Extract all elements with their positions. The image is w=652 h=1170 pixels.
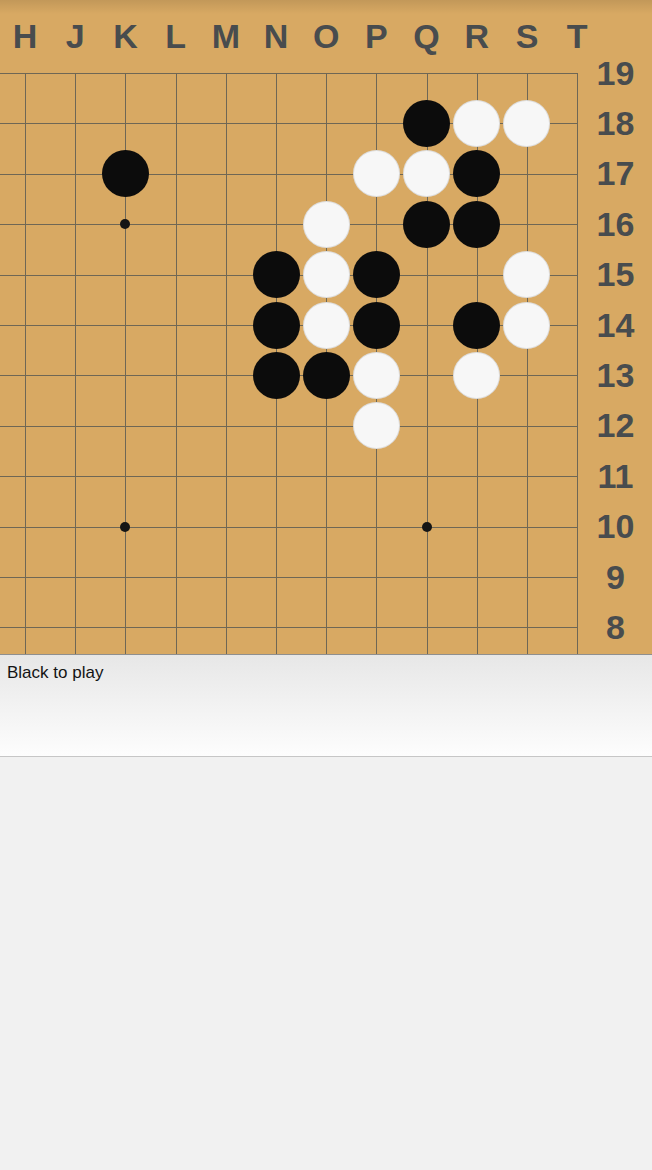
white-stone-s15 (503, 251, 550, 298)
black-stone-r16 (453, 201, 500, 248)
white-stone-o15 (303, 251, 350, 298)
go-board[interactable]: HJKLMNOPQRST 1918171615141312111098 (0, 0, 652, 654)
controls-panel: Category < 2c. Great Tesuji Encyclopedia… (0, 757, 652, 1170)
white-stone-p13 (353, 352, 400, 399)
row-label-9: 9 (579, 552, 652, 602)
black-stone-q16 (403, 201, 450, 248)
white-stone-r18 (453, 100, 500, 147)
row-label-10: 10 (579, 502, 652, 552)
black-stone-r17 (453, 150, 500, 197)
row-label-18: 18 (579, 98, 652, 148)
row-label-12: 12 (579, 401, 652, 451)
star-point-k10 (120, 522, 130, 532)
white-stone-p17 (353, 150, 400, 197)
white-stone-r13 (453, 352, 500, 399)
white-stone-o14 (303, 302, 350, 349)
white-stone-p12 (353, 402, 400, 449)
row-label-14: 14 (579, 300, 652, 350)
row-label-19: 19 (579, 48, 652, 98)
black-stone-o13 (303, 352, 350, 399)
row-label-8: 8 (579, 602, 652, 652)
status-text: Black to play (0, 655, 652, 683)
black-stone-q18 (403, 100, 450, 147)
app-screen: HJKLMNOPQRST 1918171615141312111098 Blac… (0, 0, 652, 1170)
row-label-11: 11 (579, 451, 652, 501)
row-label-15: 15 (579, 250, 652, 300)
white-stone-s18 (503, 100, 550, 147)
black-stone-k17 (102, 150, 149, 197)
white-stone-q17 (403, 150, 450, 197)
white-stone-o16 (303, 201, 350, 248)
black-stone-r14 (453, 302, 500, 349)
row-label-17: 17 (579, 149, 652, 199)
white-stone-s14 (503, 302, 550, 349)
black-stone-p14 (353, 302, 400, 349)
black-stone-n14 (253, 302, 300, 349)
star-point-k16 (120, 219, 130, 229)
black-stone-n13 (253, 352, 300, 399)
row-label-16: 16 (579, 199, 652, 249)
black-stone-p15 (353, 251, 400, 298)
stones-layer (0, 48, 603, 653)
row-labels: 1918171615141312111098 (579, 48, 652, 653)
star-point-q10 (422, 522, 432, 532)
black-stone-n15 (253, 251, 300, 298)
row-label-13: 13 (579, 350, 652, 400)
status-panel: Black to play (0, 654, 652, 757)
